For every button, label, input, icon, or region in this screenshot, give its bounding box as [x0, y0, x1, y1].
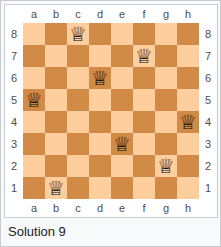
square-d1 — [89, 177, 111, 199]
file-label-e-top: e — [111, 5, 133, 23]
square-f7: ♕ — [133, 45, 155, 67]
square-c3 — [67, 133, 89, 155]
white-queen: ♕ — [91, 67, 109, 89]
square-b1: ♕ — [45, 177, 67, 199]
white-queen: ♕ — [47, 177, 65, 199]
rank-label-7-left: 7 — [5, 45, 23, 67]
square-d2 — [89, 155, 111, 177]
square-e4 — [111, 111, 133, 133]
square-h2 — [177, 155, 199, 177]
rank-label-2-left: 2 — [5, 155, 23, 177]
corner-spacer — [5, 199, 23, 217]
rank-label-3-right: 3 — [199, 133, 217, 155]
square-g2: ♕ — [155, 155, 177, 177]
rank-label-1-left: 1 — [5, 177, 23, 199]
square-d3 — [89, 133, 111, 155]
square-a6 — [23, 67, 45, 89]
square-c2 — [67, 155, 89, 177]
square-d7 — [89, 45, 111, 67]
square-a7 — [23, 45, 45, 67]
corner-spacer — [5, 5, 23, 23]
square-f4 — [133, 111, 155, 133]
file-label-d-bottom: d — [89, 199, 111, 217]
rank-label-4-left: 4 — [5, 111, 23, 133]
square-g3 — [155, 133, 177, 155]
rank-label-4-right: 4 — [199, 111, 217, 133]
file-label-g-top: g — [155, 5, 177, 23]
square-g1 — [155, 177, 177, 199]
square-e1 — [111, 177, 133, 199]
square-c8: ♕ — [67, 23, 89, 45]
rank-label-8-left: 8 — [5, 23, 23, 45]
square-d8 — [89, 23, 111, 45]
thumbnail-frame: abcdefgh8♕87♕76♕65♕54♕43♕32♕21♕1abcdefgh… — [0, 0, 221, 247]
square-g5 — [155, 89, 177, 111]
square-c1 — [67, 177, 89, 199]
file-label-c-top: c — [67, 5, 89, 23]
square-f5 — [133, 89, 155, 111]
file-label-b-top: b — [45, 5, 67, 23]
square-c4 — [67, 111, 89, 133]
rank-label-6-right: 6 — [199, 67, 217, 89]
rank-label-7-right: 7 — [199, 45, 217, 67]
square-b6 — [45, 67, 67, 89]
file-label-b-bottom: b — [45, 199, 67, 217]
white-queen: ♕ — [113, 133, 131, 155]
square-c6 — [67, 67, 89, 89]
square-h7 — [177, 45, 199, 67]
square-h4: ♕ — [177, 111, 199, 133]
square-d4 — [89, 111, 111, 133]
square-f8 — [133, 23, 155, 45]
white-queen: ♕ — [157, 155, 175, 177]
square-h8 — [177, 23, 199, 45]
file-label-e-bottom: e — [111, 199, 133, 217]
file-label-h-top: h — [177, 5, 199, 23]
square-f2 — [133, 155, 155, 177]
caption: Solution 9 — [1, 218, 220, 240]
rank-label-8-right: 8 — [199, 23, 217, 45]
square-a4 — [23, 111, 45, 133]
file-label-f-top: f — [133, 5, 155, 23]
square-h3 — [177, 133, 199, 155]
file-label-a-bottom: a — [23, 199, 45, 217]
square-g7 — [155, 45, 177, 67]
square-f6 — [133, 67, 155, 89]
square-b3 — [45, 133, 67, 155]
square-c5 — [67, 89, 89, 111]
rank-label-1-right: 1 — [199, 177, 217, 199]
square-e8 — [111, 23, 133, 45]
rank-label-6-left: 6 — [5, 67, 23, 89]
square-a3 — [23, 133, 45, 155]
white-queen: ♕ — [25, 89, 43, 111]
chessboard-image[interactable]: abcdefgh8♕87♕76♕65♕54♕43♕32♕21♕1abcdefgh — [4, 4, 218, 218]
file-label-c-bottom: c — [67, 199, 89, 217]
square-g8 — [155, 23, 177, 45]
corner-spacer — [199, 5, 217, 23]
white-queen: ♕ — [135, 45, 153, 67]
rank-label-5-left: 5 — [5, 89, 23, 111]
square-b2 — [45, 155, 67, 177]
square-e7 — [111, 45, 133, 67]
white-queen: ♕ — [179, 111, 197, 133]
square-b4 — [45, 111, 67, 133]
square-a1 — [23, 177, 45, 199]
square-g4 — [155, 111, 177, 133]
square-h6 — [177, 67, 199, 89]
file-label-a-top: a — [23, 5, 45, 23]
square-h1 — [177, 177, 199, 199]
square-b7 — [45, 45, 67, 67]
square-g6 — [155, 67, 177, 89]
square-h5 — [177, 89, 199, 111]
file-label-d-top: d — [89, 5, 111, 23]
file-label-f-bottom: f — [133, 199, 155, 217]
square-b5 — [45, 89, 67, 111]
square-a8 — [23, 23, 45, 45]
square-e3: ♕ — [111, 133, 133, 155]
square-a5: ♕ — [23, 89, 45, 111]
rank-label-5-right: 5 — [199, 89, 217, 111]
square-e2 — [111, 155, 133, 177]
chessboard: abcdefgh8♕87♕76♕65♕54♕43♕32♕21♕1abcdefgh — [5, 5, 217, 217]
rank-label-2-right: 2 — [199, 155, 217, 177]
white-queen: ♕ — [69, 23, 87, 45]
square-f3 — [133, 133, 155, 155]
square-c7 — [67, 45, 89, 67]
rank-label-3-left: 3 — [5, 133, 23, 155]
file-label-h-bottom: h — [177, 199, 199, 217]
square-d5 — [89, 89, 111, 111]
file-label-g-bottom: g — [155, 199, 177, 217]
square-a2 — [23, 155, 45, 177]
corner-spacer — [199, 199, 217, 217]
square-b8 — [45, 23, 67, 45]
square-f1 — [133, 177, 155, 199]
square-e6 — [111, 67, 133, 89]
square-d6: ♕ — [89, 67, 111, 89]
square-e5 — [111, 89, 133, 111]
